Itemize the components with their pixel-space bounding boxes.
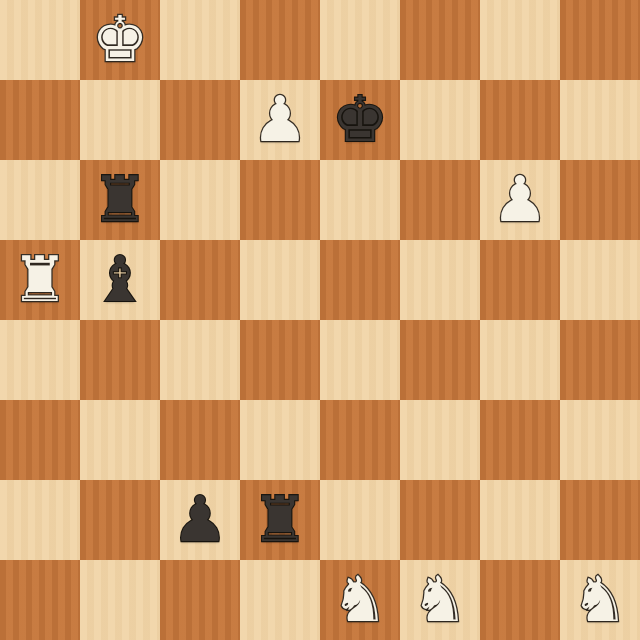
square-e5[interactable]	[320, 240, 400, 320]
white-pawn[interactable]: ♟	[492, 160, 548, 240]
square-b4[interactable]	[80, 320, 160, 400]
square-h6[interactable]	[560, 160, 640, 240]
square-e4[interactable]	[320, 320, 400, 400]
square-c7[interactable]	[160, 80, 240, 160]
square-a1[interactable]	[0, 560, 80, 640]
square-h7[interactable]	[560, 80, 640, 160]
square-f6[interactable]	[400, 160, 480, 240]
square-g4[interactable]	[480, 320, 560, 400]
square-b3[interactable]	[80, 400, 160, 480]
square-a8[interactable]	[0, 0, 80, 80]
square-b5[interactable]: ♝	[80, 240, 160, 320]
square-f2[interactable]	[400, 480, 480, 560]
square-f5[interactable]	[400, 240, 480, 320]
square-g5[interactable]	[480, 240, 560, 320]
square-e6[interactable]	[320, 160, 400, 240]
white-rook[interactable]: ♜	[12, 240, 68, 320]
square-a4[interactable]	[0, 320, 80, 400]
square-c5[interactable]	[160, 240, 240, 320]
square-d2[interactable]: ♜	[240, 480, 320, 560]
square-f4[interactable]	[400, 320, 480, 400]
white-knight[interactable]: ♞	[572, 560, 628, 640]
square-g6[interactable]: ♟	[480, 160, 560, 240]
chess-board: ♚♟♚♜♟♜♝♟♜♞♞♞	[0, 0, 640, 640]
square-h8[interactable]	[560, 0, 640, 80]
square-d7[interactable]: ♟	[240, 80, 320, 160]
square-e7[interactable]: ♚	[320, 80, 400, 160]
square-e2[interactable]	[320, 480, 400, 560]
square-c3[interactable]	[160, 400, 240, 480]
black-pawn[interactable]: ♟	[172, 480, 228, 560]
square-g8[interactable]	[480, 0, 560, 80]
white-knight[interactable]: ♞	[412, 560, 468, 640]
square-a3[interactable]	[0, 400, 80, 480]
square-h5[interactable]	[560, 240, 640, 320]
white-pawn[interactable]: ♟	[252, 80, 308, 160]
square-d8[interactable]	[240, 0, 320, 80]
square-h1[interactable]: ♞	[560, 560, 640, 640]
square-g2[interactable]	[480, 480, 560, 560]
square-c6[interactable]	[160, 160, 240, 240]
square-f3[interactable]	[400, 400, 480, 480]
square-e8[interactable]	[320, 0, 400, 80]
square-f8[interactable]	[400, 0, 480, 80]
square-b2[interactable]	[80, 480, 160, 560]
square-g1[interactable]	[480, 560, 560, 640]
square-g3[interactable]	[480, 400, 560, 480]
square-d6[interactable]	[240, 160, 320, 240]
black-bishop[interactable]: ♝	[92, 240, 148, 320]
square-g7[interactable]	[480, 80, 560, 160]
square-c8[interactable]	[160, 0, 240, 80]
white-king[interactable]: ♚	[92, 0, 148, 80]
square-d4[interactable]	[240, 320, 320, 400]
square-a2[interactable]	[0, 480, 80, 560]
square-a6[interactable]	[0, 160, 80, 240]
square-h2[interactable]	[560, 480, 640, 560]
square-b6[interactable]: ♜	[80, 160, 160, 240]
square-h4[interactable]	[560, 320, 640, 400]
square-b8[interactable]: ♚	[80, 0, 160, 80]
square-a5[interactable]: ♜	[0, 240, 80, 320]
square-e3[interactable]	[320, 400, 400, 480]
square-c4[interactable]	[160, 320, 240, 400]
square-h3[interactable]	[560, 400, 640, 480]
black-rook[interactable]: ♜	[92, 160, 148, 240]
square-f7[interactable]	[400, 80, 480, 160]
square-c1[interactable]	[160, 560, 240, 640]
square-d3[interactable]	[240, 400, 320, 480]
square-a7[interactable]	[0, 80, 80, 160]
square-b7[interactable]	[80, 80, 160, 160]
square-b1[interactable]	[80, 560, 160, 640]
square-e1[interactable]: ♞	[320, 560, 400, 640]
black-king[interactable]: ♚	[332, 80, 388, 160]
white-knight[interactable]: ♞	[332, 560, 388, 640]
square-c2[interactable]: ♟	[160, 480, 240, 560]
black-rook[interactable]: ♜	[252, 480, 308, 560]
board-wrap: ♚♟♚♜♟♜♝♟♜♞♞♞	[0, 0, 640, 640]
square-d5[interactable]	[240, 240, 320, 320]
square-d1[interactable]	[240, 560, 320, 640]
square-f1[interactable]: ♞	[400, 560, 480, 640]
